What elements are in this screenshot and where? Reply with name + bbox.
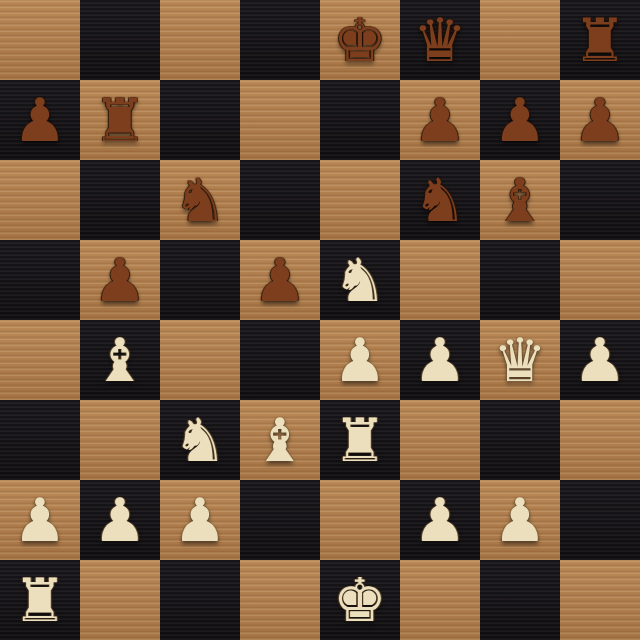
square-h5[interactable] [560, 240, 640, 320]
square-h3[interactable] [560, 400, 640, 480]
square-g2[interactable]: ♟ [480, 480, 560, 560]
square-b6[interactable] [80, 160, 160, 240]
square-c2[interactable]: ♟ [160, 480, 240, 560]
square-c5[interactable] [160, 240, 240, 320]
piece-white-queen[interactable]: ♛ [493, 330, 547, 390]
square-c7[interactable] [160, 80, 240, 160]
square-a4[interactable] [0, 320, 80, 400]
square-g7[interactable]: ♟ [480, 80, 560, 160]
square-e2[interactable] [320, 480, 400, 560]
square-e4[interactable]: ♟ [320, 320, 400, 400]
square-a1[interactable]: ♜ [0, 560, 80, 640]
square-e6[interactable] [320, 160, 400, 240]
square-g5[interactable] [480, 240, 560, 320]
square-f5[interactable] [400, 240, 480, 320]
square-e5[interactable]: ♞ [320, 240, 400, 320]
square-a2[interactable]: ♟ [0, 480, 80, 560]
square-f7[interactable]: ♟ [400, 80, 480, 160]
chess-board: ♚♛♜♟♜♟♟♟♞♞♝♟♟♞♝♟♟♛♟♞♝♜♟♟♟♟♟♜♚ [0, 0, 640, 640]
piece-white-king[interactable]: ♚ [333, 570, 387, 630]
square-d2[interactable] [240, 480, 320, 560]
square-c8[interactable] [160, 0, 240, 80]
square-c4[interactable] [160, 320, 240, 400]
piece-black-pawn[interactable]: ♟ [13, 90, 67, 150]
piece-white-bishop[interactable]: ♝ [93, 330, 147, 390]
square-a6[interactable] [0, 160, 80, 240]
square-h8[interactable]: ♜ [560, 0, 640, 80]
square-h2[interactable] [560, 480, 640, 560]
square-d8[interactable] [240, 0, 320, 80]
piece-black-pawn[interactable]: ♟ [413, 90, 467, 150]
square-b5[interactable]: ♟ [80, 240, 160, 320]
piece-white-pawn[interactable]: ♟ [493, 490, 547, 550]
square-f3[interactable] [400, 400, 480, 480]
piece-white-pawn[interactable]: ♟ [573, 330, 627, 390]
square-c6[interactable]: ♞ [160, 160, 240, 240]
piece-white-pawn[interactable]: ♟ [13, 490, 67, 550]
square-e8[interactable]: ♚ [320, 0, 400, 80]
square-h6[interactable] [560, 160, 640, 240]
piece-black-rook[interactable]: ♜ [93, 90, 147, 150]
square-h4[interactable]: ♟ [560, 320, 640, 400]
square-f2[interactable]: ♟ [400, 480, 480, 560]
piece-white-knight[interactable]: ♞ [333, 250, 387, 310]
square-g4[interactable]: ♛ [480, 320, 560, 400]
square-b3[interactable] [80, 400, 160, 480]
piece-white-pawn[interactable]: ♟ [93, 490, 147, 550]
piece-black-knight[interactable]: ♞ [413, 170, 467, 230]
piece-white-bishop[interactable]: ♝ [253, 410, 307, 470]
piece-white-rook[interactable]: ♜ [13, 570, 67, 630]
square-d4[interactable] [240, 320, 320, 400]
piece-black-pawn[interactable]: ♟ [93, 250, 147, 310]
square-f8[interactable]: ♛ [400, 0, 480, 80]
piece-black-knight[interactable]: ♞ [173, 170, 227, 230]
square-a5[interactable] [0, 240, 80, 320]
square-h7[interactable]: ♟ [560, 80, 640, 160]
piece-white-knight[interactable]: ♞ [173, 410, 227, 470]
piece-white-rook[interactable]: ♜ [333, 410, 387, 470]
square-h1[interactable] [560, 560, 640, 640]
square-g1[interactable] [480, 560, 560, 640]
piece-black-bishop[interactable]: ♝ [493, 170, 547, 230]
square-d5[interactable]: ♟ [240, 240, 320, 320]
piece-black-pawn[interactable]: ♟ [573, 90, 627, 150]
square-c1[interactable] [160, 560, 240, 640]
square-b8[interactable] [80, 0, 160, 80]
square-d1[interactable] [240, 560, 320, 640]
square-b1[interactable] [80, 560, 160, 640]
piece-white-pawn[interactable]: ♟ [413, 330, 467, 390]
square-f4[interactable]: ♟ [400, 320, 480, 400]
square-g8[interactable] [480, 0, 560, 80]
piece-black-pawn[interactable]: ♟ [493, 90, 547, 150]
square-b2[interactable]: ♟ [80, 480, 160, 560]
piece-white-pawn[interactable]: ♟ [333, 330, 387, 390]
square-b4[interactable]: ♝ [80, 320, 160, 400]
piece-white-pawn[interactable]: ♟ [173, 490, 227, 550]
square-a8[interactable] [0, 0, 80, 80]
square-d7[interactable] [240, 80, 320, 160]
piece-black-king[interactable]: ♚ [333, 10, 387, 70]
square-a3[interactable] [0, 400, 80, 480]
square-a7[interactable]: ♟ [0, 80, 80, 160]
piece-black-queen[interactable]: ♛ [413, 10, 467, 70]
square-b7[interactable]: ♜ [80, 80, 160, 160]
square-g3[interactable] [480, 400, 560, 480]
square-e3[interactable]: ♜ [320, 400, 400, 480]
square-g6[interactable]: ♝ [480, 160, 560, 240]
square-e1[interactable]: ♚ [320, 560, 400, 640]
piece-white-pawn[interactable]: ♟ [413, 490, 467, 550]
square-c3[interactable]: ♞ [160, 400, 240, 480]
square-e7[interactable] [320, 80, 400, 160]
square-d3[interactable]: ♝ [240, 400, 320, 480]
square-f1[interactable] [400, 560, 480, 640]
piece-black-rook[interactable]: ♜ [573, 10, 627, 70]
square-f6[interactable]: ♞ [400, 160, 480, 240]
piece-black-pawn[interactable]: ♟ [253, 250, 307, 310]
square-d6[interactable] [240, 160, 320, 240]
